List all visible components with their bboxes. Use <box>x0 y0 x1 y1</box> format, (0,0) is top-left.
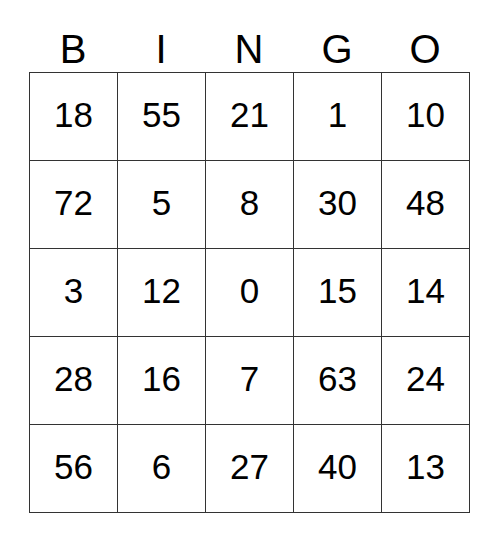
cell-r2c5[interactable]: 48 <box>382 161 470 249</box>
cell-r4c3[interactable]: 7 <box>206 337 294 425</box>
bingo-grid: 18 55 21 1 10 72 5 8 30 48 3 12 0 15 14 … <box>29 72 470 513</box>
cell-r5c5[interactable]: 13 <box>382 425 470 513</box>
cell-r2c3[interactable]: 8 <box>206 161 294 249</box>
cell-r3c5[interactable]: 14 <box>382 249 470 337</box>
cell-r1c1[interactable]: 18 <box>30 73 118 161</box>
cell-r4c5[interactable]: 24 <box>382 337 470 425</box>
column-letter-n: N <box>205 0 293 72</box>
cell-r5c2[interactable]: 6 <box>118 425 206 513</box>
bingo-card: B I N G O 18 55 21 1 10 72 5 8 30 48 3 1… <box>29 0 470 513</box>
bingo-header-row: B I N G O <box>29 0 470 72</box>
cell-r4c2[interactable]: 16 <box>118 337 206 425</box>
cell-r1c5[interactable]: 10 <box>382 73 470 161</box>
cell-r5c4[interactable]: 40 <box>294 425 382 513</box>
column-letter-b: B <box>29 0 117 72</box>
cell-r3c1[interactable]: 3 <box>30 249 118 337</box>
cell-r2c4[interactable]: 30 <box>294 161 382 249</box>
column-letter-i: I <box>117 0 205 72</box>
cell-r3c4[interactable]: 15 <box>294 249 382 337</box>
cell-r3c2[interactable]: 12 <box>118 249 206 337</box>
cell-r1c4[interactable]: 1 <box>294 73 382 161</box>
cell-r3c3[interactable]: 0 <box>206 249 294 337</box>
cell-r4c4[interactable]: 63 <box>294 337 382 425</box>
cell-r1c3[interactable]: 21 <box>206 73 294 161</box>
column-letter-o: O <box>381 0 469 72</box>
cell-r1c2[interactable]: 55 <box>118 73 206 161</box>
cell-r5c3[interactable]: 27 <box>206 425 294 513</box>
cell-r4c1[interactable]: 28 <box>30 337 118 425</box>
column-letter-g: G <box>293 0 381 72</box>
cell-r2c2[interactable]: 5 <box>118 161 206 249</box>
cell-r5c1[interactable]: 56 <box>30 425 118 513</box>
cell-r2c1[interactable]: 72 <box>30 161 118 249</box>
